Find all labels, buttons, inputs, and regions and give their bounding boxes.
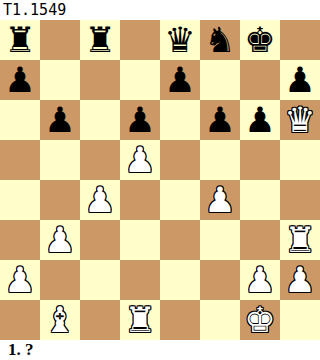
square-e4[interactable] — [160, 180, 200, 220]
square-h6[interactable]: ♛ — [280, 100, 320, 140]
black-rook-piece: ♜ — [80, 20, 120, 60]
square-e7[interactable]: ♟ — [160, 60, 200, 100]
square-a6[interactable] — [0, 100, 40, 140]
square-b1[interactable]: ♝ — [40, 300, 80, 340]
square-h2[interactable]: ♟ — [280, 260, 320, 300]
square-b8[interactable] — [40, 20, 80, 60]
square-h5[interactable] — [280, 140, 320, 180]
square-c4[interactable]: ♟ — [80, 180, 120, 220]
white-pawn-piece: ♟ — [200, 180, 240, 220]
square-a1[interactable] — [0, 300, 40, 340]
square-b5[interactable] — [40, 140, 80, 180]
black-pawn-piece: ♟ — [0, 60, 40, 100]
square-b7[interactable] — [40, 60, 80, 100]
square-a4[interactable] — [0, 180, 40, 220]
black-pawn-piece: ♟ — [280, 60, 320, 100]
square-c3[interactable] — [80, 220, 120, 260]
square-c2[interactable] — [80, 260, 120, 300]
square-h7[interactable]: ♟ — [280, 60, 320, 100]
square-f6[interactable]: ♟ — [200, 100, 240, 140]
move-bar: 1. ? — [0, 340, 320, 360]
square-e3[interactable] — [160, 220, 200, 260]
black-pawn-piece: ♟ — [160, 60, 200, 100]
square-a3[interactable] — [0, 220, 40, 260]
square-h1[interactable] — [280, 300, 320, 340]
square-c7[interactable] — [80, 60, 120, 100]
square-a5[interactable] — [0, 140, 40, 180]
black-pawn-piece: ♟ — [120, 100, 160, 140]
square-e8[interactable]: ♛ — [160, 20, 200, 60]
square-e5[interactable] — [160, 140, 200, 180]
square-g7[interactable] — [240, 60, 280, 100]
square-f4[interactable]: ♟ — [200, 180, 240, 220]
square-g2[interactable]: ♟ — [240, 260, 280, 300]
white-pawn-piece: ♟ — [80, 180, 120, 220]
chess-board: ♜♜♛♞♚♟♟♟♟♟♟♟♛♟♟♟♟♜♟♟♟♝♜♚ — [0, 20, 320, 340]
square-d8[interactable] — [120, 20, 160, 60]
black-king-piece: ♚ — [240, 20, 280, 60]
square-a2[interactable]: ♟ — [0, 260, 40, 300]
white-king-piece: ♚ — [240, 300, 280, 340]
square-g1[interactable]: ♚ — [240, 300, 280, 340]
white-rook-piece: ♜ — [120, 300, 160, 340]
white-rook-piece: ♜ — [280, 220, 320, 260]
black-pawn-piece: ♟ — [240, 100, 280, 140]
white-pawn-piece: ♟ — [280, 260, 320, 300]
black-pawn-piece: ♟ — [200, 100, 240, 140]
black-knight-piece: ♞ — [200, 20, 240, 60]
square-d4[interactable] — [120, 180, 160, 220]
square-c6[interactable] — [80, 100, 120, 140]
square-b4[interactable] — [40, 180, 80, 220]
square-g3[interactable] — [240, 220, 280, 260]
square-e1[interactable] — [160, 300, 200, 340]
title-bar: T1.1549 — [0, 0, 320, 20]
square-f2[interactable] — [200, 260, 240, 300]
square-e6[interactable] — [160, 100, 200, 140]
square-f3[interactable] — [200, 220, 240, 260]
square-g6[interactable]: ♟ — [240, 100, 280, 140]
square-b3[interactable]: ♟ — [40, 220, 80, 260]
black-queen-piece: ♛ — [160, 20, 200, 60]
square-b6[interactable]: ♟ — [40, 100, 80, 140]
square-c8[interactable]: ♜ — [80, 20, 120, 60]
move-prompt: 1. ? — [8, 340, 34, 360]
square-g8[interactable]: ♚ — [240, 20, 280, 60]
black-rook-piece: ♜ — [0, 20, 40, 60]
square-a8[interactable]: ♜ — [0, 20, 40, 60]
white-queen-piece: ♛ — [280, 100, 320, 140]
square-f8[interactable]: ♞ — [200, 20, 240, 60]
square-h4[interactable] — [280, 180, 320, 220]
square-h3[interactable]: ♜ — [280, 220, 320, 260]
black-pawn-piece: ♟ — [40, 100, 80, 140]
square-f1[interactable] — [200, 300, 240, 340]
white-pawn-piece: ♟ — [120, 140, 160, 180]
square-f7[interactable] — [200, 60, 240, 100]
square-b2[interactable] — [40, 260, 80, 300]
square-f5[interactable] — [200, 140, 240, 180]
square-d5[interactable]: ♟ — [120, 140, 160, 180]
square-a7[interactable]: ♟ — [0, 60, 40, 100]
square-d2[interactable] — [120, 260, 160, 300]
square-d3[interactable] — [120, 220, 160, 260]
white-pawn-piece: ♟ — [40, 220, 80, 260]
white-pawn-piece: ♟ — [0, 260, 40, 300]
white-pawn-piece: ♟ — [240, 260, 280, 300]
square-c5[interactable] — [80, 140, 120, 180]
square-c1[interactable] — [80, 300, 120, 340]
square-d6[interactable]: ♟ — [120, 100, 160, 140]
square-h8[interactable] — [280, 20, 320, 60]
white-bishop-piece: ♝ — [40, 300, 80, 340]
square-g4[interactable] — [240, 180, 280, 220]
square-d7[interactable] — [120, 60, 160, 100]
square-e2[interactable] — [160, 260, 200, 300]
puzzle-id: T1.1549 — [3, 1, 66, 19]
square-d1[interactable]: ♜ — [120, 300, 160, 340]
square-g5[interactable] — [240, 140, 280, 180]
